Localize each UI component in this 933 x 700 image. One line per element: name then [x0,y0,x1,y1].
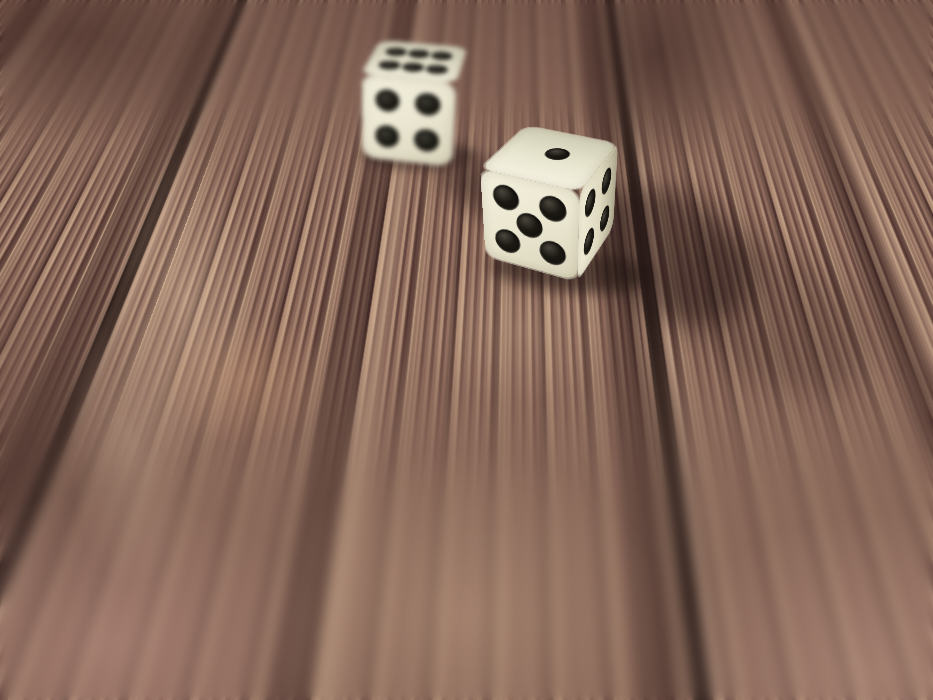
pip [601,163,612,199]
pip [516,210,542,240]
dice-photo [0,0,933,700]
pip [400,62,425,73]
pip [375,88,400,113]
far-die [370,56,460,146]
pip [540,238,566,268]
pip [429,51,453,61]
near-die [501,150,601,250]
pip [377,60,403,70]
pip [539,193,566,224]
pip [585,184,596,223]
pip [375,125,399,149]
pip [415,92,441,117]
pip [600,201,610,237]
pip [407,49,431,59]
pip [414,129,439,153]
pip [493,182,520,213]
pip [495,227,521,256]
far-die-cube [372,57,461,144]
far-die-face-front-4 [362,74,455,165]
pip [541,146,574,162]
pip [424,64,449,75]
pip [384,47,409,57]
pip [583,223,594,261]
near-die-cube [505,146,600,252]
